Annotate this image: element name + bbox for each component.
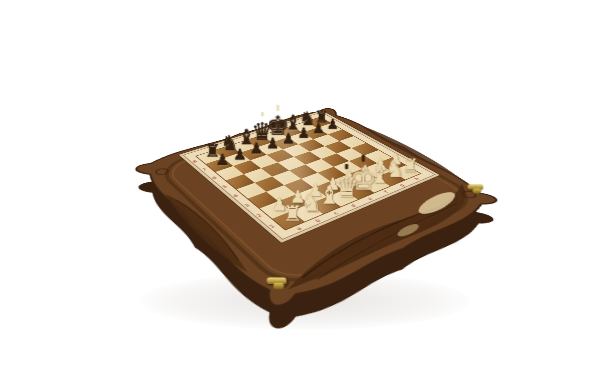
piece-finial [277, 105, 280, 111]
piece-finial [362, 155, 365, 162]
rank-label-8: 8 [192, 160, 198, 164]
piece-black-pawn[interactable]: ♟ [212, 143, 232, 167]
rank-label-3: 3 [244, 203, 251, 207]
rank-label-1: 1 [268, 224, 276, 229]
rank-label-4: 4 [232, 194, 239, 198]
piece-finial [261, 112, 264, 116]
scene: 87654321 abcdefgh ♜♞♝♛♚♝♞♜♟♟♟♟♟♟♟♟♟♟♟♟♟♟… [0, 0, 600, 380]
rank-label-6: 6 [211, 176, 218, 180]
piece-glyph: ♟ [297, 127, 310, 140]
piece-finial [345, 164, 348, 169]
brass-latch-right [467, 182, 486, 194]
piece-glyph: ♟ [266, 136, 279, 150]
piece-glyph: ♟ [327, 117, 339, 130]
rank-label-7: 7 [201, 168, 208, 172]
product-photo: 87654321 abcdefgh ♜♞♝♛♚♝♞♜♟♟♟♟♟♟♟♟♟♟♟♟♟♟… [0, 0, 600, 380]
piece-glyph: ♟ [216, 152, 230, 167]
brass-latch-front [266, 275, 289, 291]
rank-label-2: 2 [256, 213, 264, 218]
carved-walnut-chess-case: 87654321 abcdefgh ♜♞♝♛♚♝♞♜♟♟♟♟♟♟♟♟♟♟♟♟♟♟… [109, 99, 530, 336]
latch-knob [473, 188, 481, 193]
latch-knob [273, 283, 283, 289]
piece-glyph: ♟ [282, 131, 295, 145]
piece-glyph: ♟ [233, 147, 247, 161]
piece-white-rook[interactable]: ♜ [281, 192, 304, 223]
rank-label-5: 5 [221, 185, 228, 189]
piece-black-pawn[interactable]: ♟ [230, 138, 250, 162]
piece-glyph: ♜ [283, 203, 302, 223]
piece-glyph: ♟ [250, 142, 263, 156]
piece-glyph: ♟ [312, 122, 325, 135]
